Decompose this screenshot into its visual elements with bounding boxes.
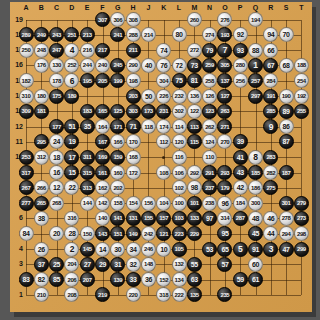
- stone-K15: 304: [156, 73, 171, 88]
- stone-J14: 50: [141, 89, 156, 104]
- stone-L2: 134: [172, 272, 187, 287]
- stone-K7: 104: [156, 196, 171, 211]
- stone-C16: 130: [49, 58, 64, 73]
- stone-L7: 100: [172, 196, 187, 211]
- stone-C9: 16: [49, 165, 64, 180]
- stone-A8: 267: [19, 180, 34, 195]
- column-label-A: A: [19, 3, 33, 13]
- stone-E2: 207: [80, 272, 95, 287]
- stone-N15: 258: [202, 73, 217, 88]
- stone-C3: 25: [49, 257, 64, 272]
- stone-J18: 214: [141, 27, 156, 42]
- stone-L13: 302: [172, 104, 187, 119]
- stone-Q6: 48: [248, 211, 263, 226]
- stone-S18: 70: [279, 27, 294, 42]
- stone-P18: 92: [233, 27, 248, 42]
- stone-B16: 176: [34, 58, 49, 73]
- stone-S16: 68: [279, 58, 294, 73]
- stone-C17: 247: [49, 43, 64, 58]
- stone-G8: 202: [110, 180, 125, 195]
- stone-M12: 113: [187, 119, 202, 134]
- stone-A18: 289: [19, 27, 34, 42]
- row-label-12: 12: [10, 122, 23, 132]
- stone-J2: 36: [141, 272, 156, 287]
- stone-M11: 115: [187, 134, 202, 149]
- stone-H6: 131: [126, 211, 141, 226]
- stone-H2: 33: [126, 272, 141, 287]
- stone-K14: 226: [156, 89, 171, 104]
- stone-A13: 309: [19, 104, 34, 119]
- stone-G15: 199: [110, 73, 125, 88]
- stone-E16: 244: [80, 58, 95, 73]
- stone-F17: 217: [95, 43, 110, 58]
- stone-O16: 305: [217, 58, 232, 73]
- stone-F6: 140: [95, 211, 110, 226]
- stone-C8: 12: [49, 180, 64, 195]
- stone-H14: 203: [126, 89, 141, 104]
- stone-D15: 6: [64, 73, 79, 88]
- stone-T15: 254: [294, 73, 309, 88]
- stone-G16: 245: [110, 58, 125, 73]
- stone-A7: 277: [19, 196, 34, 211]
- stone-D9: 15: [64, 165, 79, 180]
- stone-M6: 133: [187, 211, 202, 226]
- stone-C15: 178: [49, 73, 64, 88]
- stone-N8: 237: [202, 180, 217, 195]
- column-label-S: S: [279, 3, 293, 13]
- column-label-R: R: [264, 3, 278, 13]
- stone-B10: 312: [34, 150, 49, 165]
- screenshot-root: { "game": "go", "diagram_type": "numbere…: [0, 0, 320, 320]
- stone-E10: 311: [80, 150, 95, 165]
- stone-D11: 19: [64, 134, 79, 149]
- row-label-1: 1: [10, 290, 23, 300]
- stone-A10: 253: [19, 150, 34, 165]
- stone-E17: 216: [80, 43, 95, 58]
- stone-B17: 248: [34, 43, 49, 58]
- stone-B13: 181: [34, 104, 49, 119]
- stone-Q10: 8: [248, 150, 263, 165]
- stone-R6: 46: [263, 211, 278, 226]
- stone-P17: 93: [233, 43, 248, 58]
- stone-Q9: 185: [248, 165, 263, 180]
- stone-K11: 112: [156, 134, 171, 149]
- stone-M8: 98: [187, 180, 202, 195]
- stone-O3: 57: [217, 257, 232, 272]
- stone-K9: 108: [156, 165, 171, 180]
- stone-R14: 191: [263, 89, 278, 104]
- stone-R5: 44: [263, 226, 278, 241]
- stone-E13: 183: [80, 104, 95, 119]
- stone-O13: 263: [217, 104, 232, 119]
- stone-C12: 177: [49, 119, 64, 134]
- stone-L15: 75: [172, 73, 187, 88]
- stone-O1: 235: [217, 287, 232, 302]
- stone-E4: 145: [80, 242, 95, 257]
- stone-G9: 160: [110, 165, 125, 180]
- stone-H11: 170: [126, 134, 141, 149]
- stone-H1: 220: [126, 287, 141, 302]
- stone-C5: 20: [49, 226, 64, 241]
- stone-K1: 318: [156, 287, 171, 302]
- stone-Q15: 257: [248, 73, 263, 88]
- stone-T5: 298: [294, 226, 309, 241]
- stone-S12: 86: [279, 119, 294, 134]
- column-label-B: B: [34, 3, 48, 13]
- stone-H4: 34: [126, 242, 141, 257]
- stone-B18: 249: [34, 27, 49, 42]
- stone-S5: 294: [279, 226, 294, 241]
- stone-L5: 223: [172, 226, 187, 241]
- stone-P15: 256: [233, 73, 248, 88]
- stone-L1: 222: [172, 287, 187, 302]
- stone-L9: 106: [172, 165, 187, 180]
- stone-B3: 37: [34, 257, 49, 272]
- stone-C10: 18: [49, 150, 64, 165]
- stone-J7: 156: [141, 196, 156, 211]
- stone-A15: 182: [19, 73, 34, 88]
- stone-T6: 273: [294, 211, 309, 226]
- stone-G13: 125: [110, 104, 125, 119]
- stone-D1: 208: [64, 287, 79, 302]
- stone-R4: 3: [263, 242, 278, 257]
- stone-R9: 282: [263, 165, 278, 180]
- stone-H7: 154: [126, 196, 141, 211]
- stone-H16: 290: [126, 58, 141, 73]
- stone-R8: 275: [263, 180, 278, 195]
- stone-G10: 159: [110, 150, 125, 165]
- stone-P6: 287: [233, 211, 248, 226]
- stone-E8: 313: [80, 180, 95, 195]
- stone-E3: 27: [80, 257, 95, 272]
- stone-B1: 210: [34, 287, 49, 302]
- stone-S9: 187: [279, 165, 294, 180]
- stone-N4: 53: [202, 242, 217, 257]
- stone-O5: 95: [217, 226, 232, 241]
- stone-F12: 164: [95, 119, 110, 134]
- stone-N13: 123: [202, 104, 217, 119]
- stone-F16: 240: [95, 58, 110, 73]
- stone-M16: 73: [187, 58, 202, 73]
- stone-N14: 126: [202, 89, 217, 104]
- stone-H10: 168: [126, 150, 141, 165]
- stone-H13: 303: [126, 104, 141, 119]
- stone-T7: 279: [294, 196, 309, 211]
- stone-G4: 30: [110, 242, 125, 257]
- stone-Q4: 91: [248, 242, 263, 257]
- stone-R13: 285: [263, 104, 278, 119]
- stone-M19: 260: [187, 12, 202, 27]
- stone-E15: 195: [80, 73, 95, 88]
- stone-B7: 265: [34, 196, 49, 211]
- stone-N11: 124: [202, 134, 217, 149]
- stone-L11: 120: [172, 134, 187, 149]
- stone-C2: 85: [49, 272, 64, 287]
- stone-S7: 301: [279, 196, 294, 211]
- column-label-N: N: [203, 3, 217, 13]
- stone-D6: 316: [64, 211, 79, 226]
- stone-G19: 306: [110, 12, 125, 27]
- stone-L12: 114: [172, 119, 187, 134]
- stone-T4: 299: [294, 242, 309, 257]
- column-label-T: T: [294, 3, 308, 13]
- stone-R10: 283: [263, 150, 278, 165]
- stone-Q2: 61: [248, 272, 263, 287]
- stone-O12: 271: [217, 119, 232, 134]
- stone-R18: 94: [263, 27, 278, 42]
- stone-Q16: 1: [248, 58, 263, 73]
- stone-L10: 116: [172, 150, 187, 165]
- stone-E5: 150: [80, 226, 95, 241]
- stone-J12: 118: [141, 119, 156, 134]
- stone-F3: 29: [95, 257, 110, 272]
- stone-K16: 76: [156, 58, 171, 73]
- stone-C7: 268: [49, 196, 64, 211]
- stone-M13: 122: [187, 104, 202, 119]
- stone-P11: 39: [233, 134, 248, 149]
- stone-H18: 288: [126, 27, 141, 42]
- stone-R15: 284: [263, 73, 278, 88]
- stone-F7: 142: [95, 196, 110, 211]
- stone-C11: 24: [49, 134, 64, 149]
- stone-S4: 47: [279, 242, 294, 257]
- stone-G5: 151: [110, 226, 125, 241]
- stone-M1: 135: [187, 287, 202, 302]
- stone-T13: 255: [294, 104, 309, 119]
- stone-E9: 315: [80, 165, 95, 180]
- stone-O15: 137: [217, 73, 232, 88]
- stone-F4: 14: [95, 242, 110, 257]
- stone-G6: 141: [110, 211, 125, 226]
- stone-B6: 38: [34, 211, 49, 226]
- row-label-19: 19: [10, 15, 23, 25]
- stone-K6: 157: [156, 211, 171, 226]
- stone-N17: 79: [202, 43, 217, 58]
- stone-P7: 184: [233, 196, 248, 211]
- column-label-D: D: [65, 3, 79, 13]
- stone-O8: 179: [217, 180, 232, 195]
- stone-N10: 110: [202, 150, 217, 165]
- stone-C14: 175: [49, 89, 64, 104]
- stone-L18: 80: [172, 27, 187, 42]
- stone-E12: 35: [80, 119, 95, 134]
- stone-A5: 84: [19, 226, 34, 241]
- stone-H12: 71: [126, 119, 141, 134]
- stone-H5: 149: [126, 226, 141, 241]
- stone-Q19: 194: [248, 12, 263, 27]
- stone-D2: 206: [64, 272, 79, 287]
- stone-P4: 5: [233, 242, 248, 257]
- stone-F19: 307: [95, 12, 110, 27]
- stone-D18: 251: [64, 27, 79, 42]
- stone-M14: 136: [187, 89, 202, 104]
- stone-L3: 132: [172, 257, 187, 272]
- stone-F10: 169: [95, 150, 110, 165]
- stone-Q7: 300: [248, 196, 263, 211]
- stone-A17: 250: [19, 43, 34, 58]
- column-label-E: E: [80, 3, 94, 13]
- stone-J3: 148: [141, 257, 156, 272]
- stone-O17: 7: [217, 43, 232, 58]
- stone-L16: 72: [172, 58, 187, 73]
- go-board: ABCDEFGHJKLMNOPQRST191817161514131211109…: [10, 2, 312, 312]
- stone-N9: 291: [202, 165, 217, 180]
- stone-N6: 97: [202, 211, 217, 226]
- stone-Q3: 60: [248, 257, 263, 272]
- stone-D3: 204: [64, 257, 79, 272]
- column-label-L: L: [172, 3, 186, 13]
- stone-B8: 266: [34, 180, 49, 195]
- stone-H17: 211: [126, 43, 141, 58]
- stone-M17: 272: [187, 43, 202, 58]
- stone-L8: 102: [172, 180, 187, 195]
- stone-T16: 188: [294, 58, 309, 73]
- stone-F1: 219: [95, 287, 110, 302]
- stone-S14: 190: [279, 89, 294, 104]
- stone-D12: 51: [64, 119, 79, 134]
- stone-R17: 66: [263, 43, 278, 58]
- stone-B11: 295: [34, 134, 49, 149]
- stone-G18: 241: [110, 27, 125, 42]
- stone-P8: 42: [233, 180, 248, 195]
- stone-J6: 155: [141, 211, 156, 226]
- stone-O19: 276: [217, 12, 232, 27]
- stone-O4: 65: [217, 242, 232, 257]
- stone-N16: 259: [202, 58, 217, 73]
- stone-F8: 162: [95, 180, 110, 195]
- stone-K13: 231: [156, 104, 171, 119]
- stone-S11: 87: [279, 134, 294, 149]
- stone-K2: 152: [156, 272, 171, 287]
- stone-O6: 314: [217, 211, 232, 226]
- stone-H15: 198: [126, 73, 141, 88]
- row-label-3: 3: [10, 259, 23, 269]
- stone-K12: 174: [156, 119, 171, 134]
- stone-M15: 81: [187, 73, 202, 88]
- stone-S6: 278: [279, 211, 294, 226]
- stone-C18: 243: [49, 27, 64, 42]
- stone-J4: 246: [141, 242, 156, 257]
- stone-N18: 274: [202, 27, 217, 42]
- stone-A14: 310: [19, 89, 34, 104]
- stone-F11: 167: [95, 134, 110, 149]
- stone-O7: 96: [217, 196, 232, 211]
- column-label-C: C: [50, 3, 64, 13]
- column-label-K: K: [157, 3, 171, 13]
- column-label-J: J: [141, 3, 155, 13]
- stone-E18: 213: [80, 27, 95, 42]
- stone-P2: 59: [233, 272, 248, 287]
- stone-G2: 139: [110, 272, 125, 287]
- stone-Q14: 297: [248, 89, 263, 104]
- stone-F9: 161: [95, 165, 110, 180]
- stone-P9: 43: [233, 165, 248, 180]
- stone-D8: 22: [64, 180, 79, 195]
- stone-F13: 165: [95, 104, 110, 119]
- stone-J5: 242: [141, 226, 156, 241]
- stone-H9: 172: [126, 165, 141, 180]
- stone-D16: 252: [64, 58, 79, 73]
- stone-F15: 205: [95, 73, 110, 88]
- stone-B14: 180: [34, 89, 49, 104]
- stone-G7: 158: [110, 196, 125, 211]
- stone-J13: 173: [141, 104, 156, 119]
- stone-L6: 103: [172, 211, 187, 226]
- stone-T14: 192: [294, 89, 309, 104]
- stone-P16: 280: [233, 58, 248, 73]
- stone-A2: 83: [19, 272, 34, 287]
- stone-K4: 10: [156, 242, 171, 257]
- stone-L14: 232: [172, 89, 187, 104]
- stone-J16: 40: [141, 58, 156, 73]
- row-label-11: 11: [10, 137, 23, 147]
- stone-D14: 189: [64, 89, 79, 104]
- column-label-P: P: [233, 3, 247, 13]
- stone-R16: 67: [263, 58, 278, 73]
- stone-M3: 55: [187, 257, 202, 272]
- stone-G12: 171: [110, 119, 125, 134]
- stone-F5: 143: [95, 226, 110, 241]
- stone-O14: 127: [217, 89, 232, 104]
- stone-M2: 63: [187, 272, 202, 287]
- stone-N12: 262: [202, 119, 217, 134]
- row-label-6: 6: [10, 213, 23, 223]
- stone-O9: 293: [217, 165, 232, 180]
- stone-M9: 292: [187, 165, 202, 180]
- stone-B4: 26: [34, 242, 49, 257]
- stone-H3: 32: [126, 257, 141, 272]
- stone-G3: 31: [110, 257, 125, 272]
- stone-R12: 9: [263, 119, 278, 134]
- stone-L4: 105: [172, 242, 187, 257]
- stone-M7: 101: [187, 196, 202, 211]
- stone-P10: 41: [233, 150, 248, 165]
- stone-K17: 74: [156, 43, 171, 58]
- stone-Q17: 88: [248, 43, 263, 58]
- stone-O18: 193: [217, 27, 232, 42]
- star-point: [162, 156, 165, 159]
- row-label-16: 16: [10, 60, 23, 70]
- stone-D4: 2: [64, 242, 79, 257]
- stone-Q5: 45: [248, 226, 263, 241]
- row-label-4: 4: [10, 244, 23, 254]
- stone-O11: 270: [217, 134, 232, 149]
- stone-G11: 166: [110, 134, 125, 149]
- stone-D5: 28: [64, 226, 79, 241]
- stone-H19: 308: [126, 12, 141, 27]
- stone-S13: 89: [279, 104, 294, 119]
- stone-E7: 144: [80, 196, 95, 211]
- stone-M5: 229: [187, 226, 202, 241]
- stone-K5: 121: [156, 226, 171, 241]
- stone-Q8: 186: [248, 180, 263, 195]
- stone-D17: 4: [64, 43, 79, 58]
- stone-A9: 317: [19, 165, 34, 180]
- stone-N7: 238: [202, 196, 217, 211]
- stone-B2: 82: [34, 272, 49, 287]
- stone-D10: 17: [64, 150, 79, 165]
